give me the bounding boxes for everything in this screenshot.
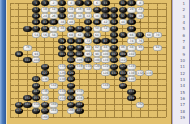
board-intersection[interactable]	[110, 114, 119, 120]
white-stone[interactable]: 38	[58, 19, 66, 25]
white-stone[interactable]: 14	[67, 7, 75, 13]
board-intersection[interactable]	[49, 114, 58, 120]
black-stone[interactable]: 167	[67, 102, 75, 108]
board-intersection[interactable]	[6, 114, 15, 120]
board-intersection[interactable]	[101, 114, 110, 120]
black-stone[interactable]: 31	[58, 13, 66, 19]
black-stone[interactable]: 109	[119, 51, 127, 57]
white-stone[interactable]: 138	[58, 76, 66, 82]
black-stone[interactable]: 45	[49, 19, 57, 25]
white-stone[interactable]: 168	[41, 114, 49, 120]
white-stone[interactable]: 86	[119, 45, 127, 51]
black-stone[interactable]: 127	[41, 70, 49, 76]
board-intersection[interactable]: 93	[67, 45, 76, 51]
black-stone[interactable]: 19	[58, 7, 66, 13]
white-stone[interactable]: 40	[67, 19, 75, 25]
black-stone[interactable]: 135	[32, 76, 40, 82]
white-stone[interactable]: 12	[49, 7, 57, 13]
board-intersection[interactable]: 55	[23, 26, 32, 32]
white-stone[interactable]: 42	[101, 19, 109, 25]
black-stone[interactable]: 17	[32, 7, 40, 13]
board-intersection[interactable]: 124	[127, 64, 136, 70]
board-intersection[interactable]	[75, 114, 84, 120]
white-stone[interactable]: 96	[84, 51, 92, 57]
white-stone[interactable]: 166	[67, 108, 75, 114]
board-intersection[interactable]	[119, 114, 128, 120]
board-intersection[interactable]: 121	[67, 64, 76, 70]
row-coordinate-label: 14	[175, 83, 185, 88]
white-stone[interactable]: 36	[136, 13, 144, 19]
black-stone[interactable]: 91	[58, 45, 66, 51]
board-intersection[interactable]: 39	[127, 13, 136, 19]
white-stone[interactable]: 66	[127, 32, 135, 38]
black-stone[interactable]: 69	[127, 26, 135, 32]
white-stone[interactable]: 104	[32, 57, 40, 63]
board-intersection[interactable]: 23	[101, 7, 110, 13]
white-stone[interactable]: 90	[136, 45, 144, 51]
board-intersection[interactable]: 150	[75, 89, 84, 95]
black-stone[interactable]: 177	[75, 108, 83, 114]
white-stone[interactable]: 62	[75, 32, 83, 38]
board-intersection[interactable]	[32, 114, 41, 120]
white-stone[interactable]: 156	[75, 95, 83, 101]
white-stone[interactable]: 32	[84, 13, 92, 19]
white-stone[interactable]: 128	[101, 70, 109, 76]
black-stone[interactable]: 75	[119, 32, 127, 38]
black-stone[interactable]: 79	[58, 38, 66, 44]
black-stone[interactable]: 53	[127, 19, 135, 25]
black-stone[interactable]: 159	[127, 95, 135, 101]
white-stone[interactable]: 68	[145, 32, 153, 38]
board-intersection[interactable]: 59	[41, 26, 50, 32]
white-stone[interactable]: 162	[136, 102, 144, 108]
black-stone[interactable]: 11	[101, 0, 109, 6]
board-intersection[interactable]: 168	[41, 114, 50, 120]
black-stone[interactable]: 71	[84, 32, 92, 38]
white-stone[interactable]: 76	[136, 38, 144, 44]
board-intersection[interactable]: 46	[49, 26, 58, 32]
board-intersection[interactable]: 61	[67, 26, 76, 32]
black-stone[interactable]: 163	[23, 102, 31, 108]
black-stone[interactable]: 35	[110, 13, 118, 19]
board-intersection[interactable]: 119	[41, 64, 50, 70]
board-intersection[interactable]: 63	[75, 26, 84, 32]
board-intersection[interactable]	[144, 114, 153, 120]
board-intersection[interactable]: 78	[23, 45, 32, 51]
black-stone[interactable]: 147	[32, 89, 40, 95]
board-intersection[interactable]: 167	[67, 101, 76, 107]
go-board[interactable]: 1325479611131581710121914161821232527202…	[6, 0, 171, 120]
board-intersection[interactable]: 128	[101, 70, 110, 76]
black-stone[interactable]: 25	[110, 7, 118, 13]
board-intersection[interactable]: 27	[119, 7, 128, 13]
black-stone[interactable]: 89	[110, 38, 118, 44]
white-stone[interactable]: 20	[127, 7, 135, 13]
black-stone[interactable]: 125	[119, 64, 127, 70]
black-stone[interactable]: 175	[41, 108, 49, 114]
black-stone[interactable]: 139	[119, 76, 127, 82]
white-stone[interactable]: 116	[75, 64, 83, 70]
white-stone[interactable]: 82	[93, 45, 101, 51]
white-stone[interactable]: 92	[153, 45, 161, 51]
board-intersection[interactable]	[93, 114, 102, 120]
white-stone[interactable]: 148	[58, 89, 66, 95]
row-coordinate-label: 1	[175, 1, 185, 6]
black-stone[interactable]: 67	[110, 26, 118, 32]
black-stone[interactable]: 85	[93, 38, 101, 44]
board-intersection[interactable]: 105	[75, 51, 84, 57]
board-intersection[interactable]: 130	[127, 70, 136, 76]
board-intersection[interactable]: 86	[119, 45, 128, 51]
go-app-window: 1325479611131581710121914161821232527202…	[0, 0, 190, 124]
white-stone[interactable]: 44	[119, 19, 127, 25]
white-stone[interactable]: 56	[41, 32, 49, 38]
board-intersection[interactable]: 102	[127, 51, 136, 57]
board-intersection[interactable]: 122	[101, 64, 110, 70]
white-stone[interactable]: 102	[127, 51, 135, 57]
black-stone[interactable]: 29	[32, 13, 40, 19]
black-stone[interactable]: 3	[41, 0, 49, 6]
black-stone[interactable]: 27	[119, 7, 127, 13]
black-stone[interactable]: 133	[119, 70, 127, 76]
row-coordinate-label: 10	[175, 58, 185, 63]
board-intersection[interactable]: 177	[75, 108, 84, 114]
black-stone[interactable]: 87	[101, 38, 109, 44]
board-intersection[interactable]: 58	[49, 32, 58, 38]
black-stone[interactable]: 153	[23, 95, 31, 101]
black-stone[interactable]: 55	[23, 26, 31, 32]
white-stone[interactable]: 24	[41, 13, 49, 19]
board-intersection[interactable]: 164	[49, 108, 58, 114]
black-stone[interactable]: 51	[110, 19, 118, 25]
row-coordinate-label: 4	[175, 20, 185, 25]
black-stone[interactable]: 9	[84, 0, 92, 6]
black-stone[interactable]: 103	[67, 51, 75, 57]
black-stone[interactable]: 173	[32, 108, 40, 114]
white-stone[interactable]: 74	[127, 38, 135, 44]
board-intersection[interactable]: 160	[49, 101, 58, 107]
white-stone[interactable]: 26	[49, 13, 57, 19]
row-coordinate-label: 8	[175, 45, 185, 50]
black-stone[interactable]: 143	[67, 83, 75, 89]
black-stone[interactable]: 37	[119, 13, 127, 19]
white-stone[interactable]: 130	[127, 70, 135, 76]
white-stone[interactable]: 122	[101, 64, 109, 70]
white-stone[interactable]: 142	[49, 83, 57, 89]
board-intersection[interactable]: 125	[119, 64, 128, 70]
white-stone[interactable]: 18	[84, 7, 92, 13]
white-stone[interactable]: 10	[41, 7, 49, 13]
white-stone[interactable]: 46	[49, 26, 57, 32]
white-stone[interactable]: 108	[93, 57, 101, 63]
black-stone[interactable]: 145	[119, 83, 127, 89]
board-intersection[interactable]: 143	[67, 83, 76, 89]
black-stone[interactable]: 39	[127, 13, 135, 19]
board-intersection[interactable]: 16	[75, 7, 84, 13]
black-stone[interactable]: 41	[32, 19, 40, 25]
board-intersection[interactable]: 69	[127, 26, 136, 32]
board-intersection[interactable]: 50	[93, 26, 102, 32]
white-stone[interactable]: 126	[58, 70, 66, 76]
board-intersection[interactable]	[162, 114, 171, 120]
board-intersection[interactable]: 163	[23, 101, 32, 107]
white-stone[interactable]: 64	[93, 32, 101, 38]
white-stone[interactable]: 146	[41, 89, 49, 95]
board-intersection[interactable]	[153, 114, 162, 120]
white-stone[interactable]: 30	[75, 13, 83, 19]
black-stone[interactable]: 151	[127, 89, 135, 95]
black-stone[interactable]: 95	[75, 45, 83, 51]
white-stone[interactable]: 22	[136, 7, 144, 13]
black-stone[interactable]: 7	[75, 0, 83, 6]
black-stone[interactable]: 81	[67, 38, 75, 44]
row-coordinate-label: 2	[175, 7, 185, 12]
board-intersection[interactable]: 30	[75, 13, 84, 19]
white-stone[interactable]: 88	[127, 45, 135, 51]
black-stone[interactable]: 149	[67, 89, 75, 95]
black-stone[interactable]: 157	[67, 95, 75, 101]
black-stone[interactable]: 5	[58, 0, 66, 6]
white-stone[interactable]: 140	[127, 76, 135, 82]
board-intersection[interactable]: 10	[41, 7, 50, 13]
star-point	[139, 97, 141, 99]
row-coordinate-label: 7	[175, 39, 185, 44]
coordinate-panel: 12345678910111213141516171819	[172, 0, 190, 124]
black-stone[interactable]: 15	[127, 0, 135, 6]
board-intersection[interactable]: 82	[93, 45, 102, 51]
black-stone[interactable]: 117	[110, 57, 118, 63]
board-intersection[interactable]: 14	[67, 7, 76, 13]
black-stone[interactable]: 97	[110, 45, 118, 51]
white-stone[interactable]: 114	[58, 64, 66, 70]
white-stone[interactable]: 132	[136, 70, 144, 76]
white-stone[interactable]: 94	[32, 51, 40, 57]
board-intersection[interactable]: 162	[136, 101, 145, 107]
white-stone[interactable]: 110	[101, 57, 109, 63]
white-stone[interactable]: 58	[49, 32, 57, 38]
board-intersection[interactable]: 116	[75, 64, 84, 70]
white-stone[interactable]: 164	[49, 108, 57, 114]
board-intersection[interactable]: 169	[75, 101, 84, 107]
board-intersection[interactable]: 84	[101, 45, 110, 51]
white-stone[interactable]: 48	[58, 26, 66, 32]
white-stone[interactable]: 28	[67, 13, 75, 19]
black-stone[interactable]: 93	[67, 45, 75, 51]
black-stone[interactable]: 137	[67, 76, 75, 82]
white-stone[interactable]: 80	[84, 45, 92, 51]
black-stone[interactable]: 141	[32, 83, 40, 89]
white-stone[interactable]: 70	[153, 32, 161, 38]
white-stone[interactable]: 16	[75, 7, 83, 13]
black-stone[interactable]: 21	[93, 7, 101, 13]
black-stone[interactable]: 161	[15, 102, 23, 108]
board-intersection[interactable]	[136, 114, 145, 120]
white-stone[interactable]: 4	[67, 0, 75, 6]
star-point	[139, 21, 141, 23]
white-stone[interactable]: 150	[75, 89, 83, 95]
board-intersection[interactable]: 161	[15, 101, 24, 107]
black-stone[interactable]: 1	[32, 0, 40, 6]
board-intersection[interactable]: 12	[49, 7, 58, 13]
board-intersection[interactable]	[67, 114, 76, 120]
black-stone[interactable]: 43	[41, 19, 49, 25]
white-stone[interactable]: 78	[23, 45, 31, 51]
black-stone[interactable]: 169	[75, 102, 83, 108]
board-intersection[interactable]: 142	[49, 83, 58, 89]
black-stone[interactable]: 77	[136, 32, 144, 38]
white-stone[interactable]: 118	[84, 64, 92, 70]
white-stone[interactable]: 50	[93, 26, 101, 32]
black-stone[interactable]: 113	[67, 57, 75, 63]
row-coordinate-label: 12	[175, 71, 185, 76]
white-stone[interactable]: 154	[58, 95, 66, 101]
black-stone[interactable]: 111	[23, 57, 31, 63]
row-coordinate-label: 17	[175, 102, 185, 107]
white-stone[interactable]: 6	[93, 0, 101, 6]
white-stone[interactable]: 134	[145, 70, 153, 76]
black-stone[interactable]: 101	[58, 51, 66, 57]
black-stone[interactable]: 13	[119, 0, 127, 6]
white-stone[interactable]: 160	[49, 102, 57, 108]
black-stone[interactable]: 129	[67, 70, 75, 76]
row-coordinate-label: 18	[175, 109, 185, 114]
board-intersection[interactable]: 66	[127, 32, 136, 38]
white-stone[interactable]: 72	[84, 38, 92, 44]
board-intersection[interactable]	[58, 114, 67, 120]
board-intersection[interactable]: 165	[41, 101, 50, 107]
row-coordinate-label: 15	[175, 90, 185, 95]
board-intersection[interactable]	[23, 114, 32, 120]
black-stone[interactable]: 83	[75, 38, 83, 44]
white-stone[interactable]: 112	[119, 57, 127, 63]
white-stone[interactable]: 2	[49, 0, 57, 6]
black-stone[interactable]: 105	[75, 51, 83, 57]
black-stone[interactable]: 59	[41, 26, 49, 32]
board-intersection[interactable]: 21	[93, 7, 102, 13]
black-stone[interactable]: 155	[32, 95, 40, 101]
board-intersection[interactable]	[15, 114, 24, 120]
black-stone[interactable]: 165	[41, 102, 49, 108]
board-intersection[interactable]: 145	[119, 83, 128, 89]
board-intersection[interactable]: 95	[75, 45, 84, 51]
white-stone[interactable]: 52	[101, 26, 109, 32]
black-stone[interactable]: 171	[15, 108, 23, 114]
row-coordinate-label: 16	[175, 96, 185, 101]
white-stone[interactable]: 98	[93, 51, 101, 57]
board-intersection[interactable]: 88	[127, 45, 136, 51]
white-stone[interactable]: 84	[101, 45, 109, 51]
white-stone[interactable]: 124	[127, 64, 135, 70]
white-stone[interactable]: 8	[136, 0, 144, 6]
board-intersection[interactable]: 62	[75, 32, 84, 38]
white-stone[interactable]: 100	[101, 51, 109, 57]
board-intersection[interactable]: 33	[101, 13, 110, 19]
board-intersection[interactable]: 52	[101, 26, 110, 32]
row-coordinate-label: 5	[175, 26, 185, 31]
black-stone[interactable]: 121	[67, 64, 75, 70]
black-stone[interactable]: 123	[110, 64, 118, 70]
board-intersection[interactable]: 92	[153, 45, 162, 51]
black-stone[interactable]: 119	[41, 64, 49, 70]
board-intersection[interactable]	[127, 114, 136, 120]
black-stone[interactable]: 49	[93, 19, 101, 25]
black-stone[interactable]: 61	[67, 26, 75, 32]
black-stone[interactable]: 99	[15, 51, 23, 57]
black-stone[interactable]: 107	[110, 51, 118, 57]
white-stone[interactable]: 144	[101, 83, 109, 89]
board-intersection[interactable]: 151	[127, 89, 136, 95]
white-stone[interactable]: 152	[41, 95, 49, 101]
black-stone[interactable]: 65	[84, 26, 92, 32]
white-stone[interactable]: 158	[32, 102, 40, 108]
board-intersection[interactable]: 20	[127, 7, 136, 13]
black-stone[interactable]: 115	[84, 57, 92, 63]
white-stone[interactable]: 120	[93, 64, 101, 70]
board-intersection[interactable]: 70	[153, 32, 162, 38]
black-stone[interactable]: 23	[101, 7, 109, 13]
board-intersection[interactable]	[84, 114, 93, 120]
white-stone[interactable]: 136	[41, 76, 49, 82]
board-intersection[interactable]: 120	[93, 64, 102, 70]
white-stone[interactable]: 60	[67, 32, 75, 38]
board-intersection[interactable]: 144	[101, 83, 110, 89]
row-coordinate-label: 11	[175, 64, 185, 69]
row-coordinate-label: 13	[175, 77, 185, 82]
row-coordinate-label: 19	[175, 115, 185, 120]
black-stone[interactable]: 63	[75, 26, 83, 32]
white-stone[interactable]: 54	[32, 32, 40, 38]
row-coordinate-label: 6	[175, 33, 185, 38]
black-stone[interactable]: 73	[110, 32, 118, 38]
row-coordinate-label: 9	[175, 52, 185, 57]
board-intersection[interactable]: 100	[101, 51, 110, 57]
black-stone[interactable]: 57	[32, 26, 40, 32]
star-point	[87, 97, 89, 99]
black-stone[interactable]: 47	[84, 19, 92, 25]
row-coordinate-label: 3	[175, 14, 185, 19]
white-stone[interactable]: 34	[93, 13, 101, 19]
star-point	[139, 59, 141, 61]
white-stone[interactable]: 106	[75, 57, 83, 63]
black-stone[interactable]: 131	[110, 70, 118, 76]
black-stone[interactable]: 33	[101, 13, 109, 19]
